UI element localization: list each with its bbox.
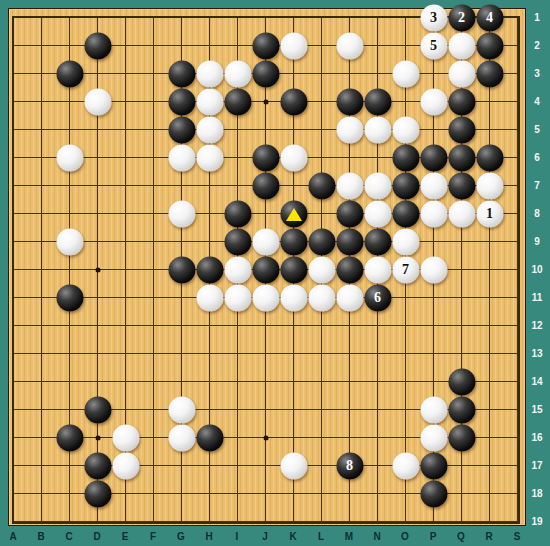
black-stone <box>280 256 307 283</box>
white-stone <box>224 60 251 87</box>
white-stone <box>364 200 391 227</box>
white-stone <box>112 424 139 451</box>
column-label: F <box>150 531 156 542</box>
white-stone <box>224 284 251 311</box>
move-number-label: 4 <box>486 11 493 25</box>
white-stone <box>252 284 279 311</box>
column-label: A <box>9 531 16 542</box>
white-stone <box>168 396 195 423</box>
black-stone <box>196 424 223 451</box>
black-stone: 6 <box>364 284 391 311</box>
move-number-label: 3 <box>430 11 437 25</box>
black-stone <box>476 60 503 87</box>
black-stone <box>308 228 335 255</box>
black-stone <box>84 480 111 507</box>
white-stone: 5 <box>420 32 447 59</box>
row-label: 17 <box>531 460 542 471</box>
row-label: 1 <box>534 12 540 23</box>
star-point <box>95 267 100 272</box>
column-label: N <box>373 531 380 542</box>
black-stone: 2 <box>448 4 475 31</box>
black-stone <box>84 452 111 479</box>
black-stone <box>448 396 475 423</box>
row-label: 7 <box>534 180 540 191</box>
go-board[interactable]: 32451768 <box>8 8 526 526</box>
white-stone <box>56 144 83 171</box>
black-stone <box>252 144 279 171</box>
black-stone <box>224 228 251 255</box>
column-label: M <box>345 531 353 542</box>
white-stone: 7 <box>392 256 419 283</box>
white-stone <box>196 116 223 143</box>
column-label: K <box>289 531 296 542</box>
white-stone <box>364 172 391 199</box>
black-stone <box>364 228 391 255</box>
move-number-label: 6 <box>374 291 381 305</box>
white-stone <box>420 200 447 227</box>
white-stone <box>56 228 83 255</box>
white-stone <box>448 32 475 59</box>
column-label: Q <box>457 531 465 542</box>
row-label: 19 <box>531 516 542 527</box>
black-stone <box>420 452 447 479</box>
white-stone <box>364 116 391 143</box>
column-label: G <box>177 531 185 542</box>
move-number-label: 7 <box>402 263 409 277</box>
row-label: 11 <box>532 292 543 303</box>
row-label: 16 <box>531 432 542 443</box>
white-stone <box>336 116 363 143</box>
move-number-label: 8 <box>346 459 353 473</box>
white-stone <box>420 172 447 199</box>
white-stone <box>448 200 475 227</box>
white-stone <box>420 396 447 423</box>
move-number-label: 1 <box>486 207 493 221</box>
black-stone <box>476 144 503 171</box>
white-stone <box>420 424 447 451</box>
white-stone <box>308 256 335 283</box>
white-stone <box>168 144 195 171</box>
black-stone <box>336 228 363 255</box>
row-label: 12 <box>531 320 542 331</box>
white-stone <box>336 284 363 311</box>
black-stone: 4 <box>476 4 503 31</box>
column-label: P <box>430 531 437 542</box>
row-label: 6 <box>534 152 540 163</box>
white-stone <box>448 60 475 87</box>
white-stone <box>280 284 307 311</box>
white-stone <box>84 88 111 115</box>
white-stone: 3 <box>420 4 447 31</box>
move-number-label: 5 <box>430 39 437 53</box>
white-stone <box>168 424 195 451</box>
column-label: H <box>205 531 212 542</box>
black-stone: 8 <box>336 452 363 479</box>
column-label: O <box>401 531 409 542</box>
column-label: S <box>514 531 521 542</box>
black-stone <box>448 424 475 451</box>
column-label: L <box>318 531 324 542</box>
white-stone <box>196 144 223 171</box>
go-board-frame: 32451768 ABCDEFGHIJKLMNOPQRS 12345678910… <box>0 0 550 546</box>
black-stone <box>364 88 391 115</box>
black-stone <box>168 116 195 143</box>
black-stone <box>448 368 475 395</box>
black-stone <box>336 200 363 227</box>
white-stone <box>392 228 419 255</box>
white-stone <box>280 452 307 479</box>
white-stone <box>308 284 335 311</box>
black-stone <box>84 32 111 59</box>
black-stone <box>392 172 419 199</box>
row-label: 14 <box>531 376 542 387</box>
column-label: I <box>236 531 239 542</box>
black-stone <box>336 256 363 283</box>
black-stone <box>196 256 223 283</box>
white-stone <box>196 60 223 87</box>
star-point <box>95 435 100 440</box>
black-stone <box>224 200 251 227</box>
row-label: 15 <box>531 404 542 415</box>
black-stone <box>56 60 83 87</box>
row-label: 13 <box>531 348 542 359</box>
row-label: 9 <box>534 236 540 247</box>
white-stone: 1 <box>476 200 503 227</box>
black-stone <box>168 256 195 283</box>
row-label: 2 <box>534 40 540 51</box>
black-stone <box>252 60 279 87</box>
column-label: B <box>37 531 44 542</box>
black-stone <box>56 424 83 451</box>
row-label: 4 <box>534 96 540 107</box>
black-stone <box>84 396 111 423</box>
white-stone <box>420 88 447 115</box>
black-stone <box>392 144 419 171</box>
white-stone <box>336 32 363 59</box>
black-stone <box>252 256 279 283</box>
column-label: J <box>262 531 268 542</box>
black-stone <box>280 88 307 115</box>
move-number-label: 2 <box>458 11 465 25</box>
black-stone <box>448 144 475 171</box>
star-point <box>263 435 268 440</box>
white-stone <box>392 452 419 479</box>
black-stone <box>420 480 447 507</box>
white-stone <box>476 172 503 199</box>
black-stone <box>56 284 83 311</box>
white-stone <box>196 88 223 115</box>
black-stone <box>448 116 475 143</box>
white-stone <box>196 284 223 311</box>
row-label: 3 <box>534 68 540 79</box>
black-stone <box>224 88 251 115</box>
column-label: R <box>485 531 492 542</box>
row-label: 10 <box>531 264 542 275</box>
black-stone <box>308 172 335 199</box>
white-stone <box>168 200 195 227</box>
row-label: 5 <box>534 124 540 135</box>
white-stone <box>392 116 419 143</box>
triangle-marker <box>286 208 302 221</box>
black-stone <box>168 60 195 87</box>
white-stone <box>336 172 363 199</box>
white-stone <box>420 256 447 283</box>
white-stone <box>252 228 279 255</box>
row-label: 8 <box>534 208 540 219</box>
column-label: D <box>93 531 100 542</box>
black-stone <box>280 228 307 255</box>
black-stone <box>476 32 503 59</box>
row-label: 18 <box>531 488 542 499</box>
white-stone <box>364 256 391 283</box>
column-label: C <box>65 531 72 542</box>
white-stone <box>280 144 307 171</box>
white-stone <box>112 452 139 479</box>
black-stone <box>336 88 363 115</box>
black-stone <box>252 32 279 59</box>
column-label: E <box>122 531 129 542</box>
black-stone <box>392 200 419 227</box>
star-point <box>263 99 268 104</box>
white-stone <box>392 60 419 87</box>
black-stone <box>420 144 447 171</box>
black-stone <box>252 172 279 199</box>
black-stone <box>448 172 475 199</box>
black-stone <box>448 88 475 115</box>
white-stone <box>280 32 307 59</box>
white-stone <box>224 256 251 283</box>
black-stone <box>168 88 195 115</box>
